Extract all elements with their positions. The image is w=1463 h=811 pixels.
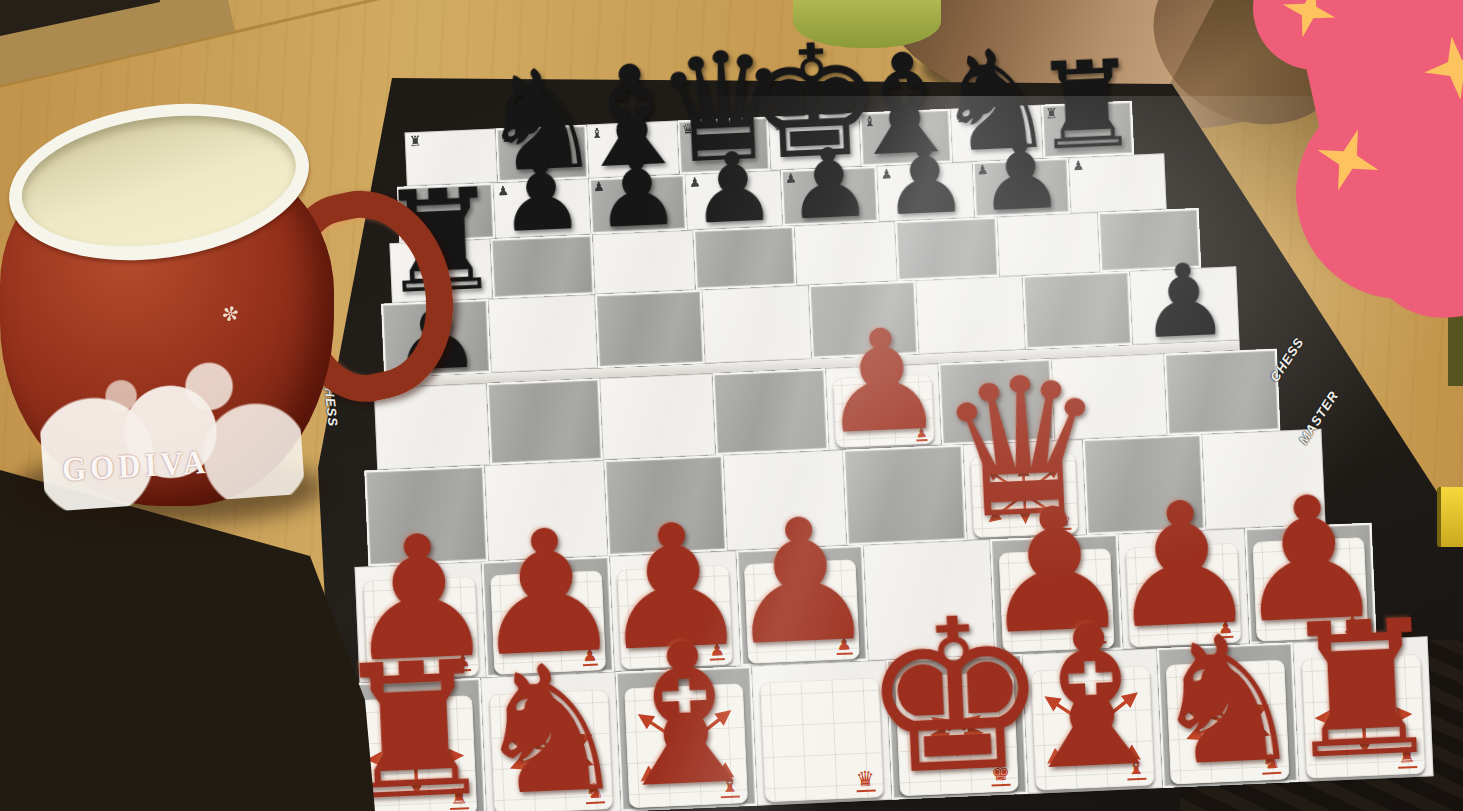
board-rank-1: ♜♜♞♞♝♝♛♚♚♝♝♞♞♜♜ <box>345 636 1434 811</box>
black-pawn-g7: ♟ <box>976 131 1066 221</box>
square-d6 <box>693 226 797 290</box>
yellow-object <box>1437 487 1463 547</box>
printed-p-icon: ♟ <box>1072 159 1084 172</box>
square-d5 <box>702 285 812 364</box>
square-h7: ♟ <box>1068 153 1166 213</box>
square-g7: ♟♟ <box>972 158 1070 218</box>
square-e4: ♟♟ <box>825 363 941 450</box>
black-pawn-b7: ♟ <box>497 152 587 242</box>
square-f7: ♟♟ <box>876 162 974 222</box>
square-f1: ♝♝ <box>1021 648 1162 794</box>
square-h1: ♜♜ <box>1292 636 1433 782</box>
square-c5 <box>595 290 705 369</box>
square-c7: ♟♟ <box>589 174 687 234</box>
square-b4 <box>487 378 603 465</box>
black-pawn-f7: ♟ <box>880 135 970 225</box>
square-h5: ♟ <box>1129 266 1239 345</box>
square-c6 <box>592 230 696 294</box>
square-c1: ♝♝ <box>615 666 756 811</box>
black-pawn-c7: ♟ <box>593 147 683 237</box>
square-b5 <box>488 294 598 373</box>
printed-r-icon: ♜ <box>409 134 422 149</box>
square-b7: ♟♟ <box>493 178 591 238</box>
square-f6 <box>895 217 999 281</box>
black-pawn-e7: ♟ <box>784 139 874 229</box>
square-e6 <box>794 221 898 285</box>
red-bishop-c1: ♝ <box>594 624 776 807</box>
square-c4 <box>599 373 715 460</box>
square-e7: ♟♟ <box>781 166 879 226</box>
black-pawn-h5: ♟ <box>1137 255 1230 349</box>
square-d4 <box>712 368 828 455</box>
red-pawn-e4: ♟ <box>817 316 948 447</box>
red-rook-h1: ♜ <box>1276 604 1449 778</box>
black-pawn-d7: ♟ <box>688 143 778 233</box>
square-g6 <box>996 212 1100 276</box>
square-d7: ♟♟ <box>685 170 783 230</box>
square-b6 <box>491 234 595 298</box>
mug-brand-text: GODIVA <box>61 443 210 490</box>
square-h4 <box>1164 349 1280 436</box>
